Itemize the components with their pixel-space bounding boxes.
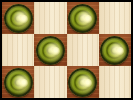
- checker-piece-green[interactable]: [68, 4, 97, 33]
- board-frame: [0, 0, 133, 100]
- board-cell-r3c4[interactable]: [99, 66, 131, 98]
- piece-glint-icon: [83, 13, 94, 25]
- piece-glint-icon: [18, 13, 29, 25]
- board-cell-r2c2[interactable]: [34, 34, 66, 66]
- checker-piece-green[interactable]: [68, 68, 97, 97]
- checker-piece-green[interactable]: [4, 68, 33, 97]
- board: [2, 2, 131, 98]
- board-cell-r1c4[interactable]: [99, 2, 131, 34]
- board-cell-r3c2[interactable]: [34, 66, 66, 98]
- piece-glint-icon: [18, 77, 29, 89]
- board-cell-r1c1[interactable]: [2, 2, 34, 34]
- piece-glint-icon: [83, 77, 94, 89]
- board-cell-r3c1[interactable]: [2, 66, 34, 98]
- checker-piece-green[interactable]: [100, 36, 129, 65]
- checker-piece-green[interactable]: [36, 36, 65, 65]
- board-cell-r2c1[interactable]: [2, 34, 34, 66]
- board-cell-r2c3[interactable]: [67, 34, 99, 66]
- board-cell-r1c3[interactable]: [67, 2, 99, 34]
- piece-glint-icon: [50, 45, 61, 57]
- piece-glint-icon: [115, 45, 126, 57]
- board-cell-r1c2[interactable]: [34, 2, 66, 34]
- board-cell-r2c4[interactable]: [99, 34, 131, 66]
- board-cell-r3c3[interactable]: [67, 66, 99, 98]
- checker-piece-green[interactable]: [4, 4, 33, 33]
